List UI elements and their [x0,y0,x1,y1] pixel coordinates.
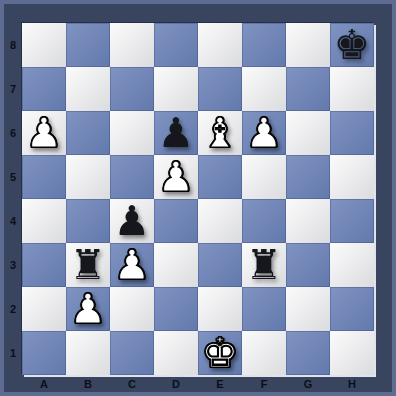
square-e3[interactable] [198,243,242,287]
square-f8[interactable] [242,23,286,67]
white-bishop[interactable]: ♝ [202,111,239,155]
square-h2[interactable] [330,287,374,331]
square-f4[interactable] [242,199,286,243]
square-e5[interactable] [198,155,242,199]
square-a1[interactable] [22,331,66,375]
square-e1[interactable]: ♚ [198,331,242,375]
white-pawn[interactable]: ♟ [26,111,63,155]
square-b3[interactable]: ♜ [66,243,110,287]
square-h8[interactable]: ♚ [330,23,374,67]
file-labels: ABCDEFGH [22,376,374,392]
file-label-b: B [66,376,110,392]
rank-labels: 87654321 [4,23,22,375]
square-c6[interactable] [110,111,154,155]
rank-label-7: 7 [4,67,22,111]
file-label-f: F [242,376,286,392]
square-c7[interactable] [110,67,154,111]
rank-label-5: 5 [4,155,22,199]
white-pawn[interactable]: ♟ [70,287,107,331]
square-f7[interactable] [242,67,286,111]
square-a7[interactable] [22,67,66,111]
square-e2[interactable] [198,287,242,331]
rank-label-3: 3 [4,243,22,287]
rank-label-8: 8 [4,23,22,67]
square-a8[interactable] [22,23,66,67]
square-g6[interactable] [286,111,330,155]
square-f5[interactable] [242,155,286,199]
chess-board: ♚♟♟♝♟♟♟♜♟♜♟♚ [22,23,374,375]
square-c5[interactable] [110,155,154,199]
file-label-h: H [330,376,374,392]
black-rook[interactable]: ♜ [70,243,107,287]
square-e7[interactable] [198,67,242,111]
square-f3[interactable]: ♜ [242,243,286,287]
square-b4[interactable] [66,199,110,243]
square-b6[interactable] [66,111,110,155]
square-h3[interactable] [330,243,374,287]
square-a2[interactable] [22,287,66,331]
file-label-e: E [198,376,242,392]
square-h6[interactable] [330,111,374,155]
square-d5[interactable]: ♟ [154,155,198,199]
white-pawn[interactable]: ♟ [158,155,195,199]
square-a6[interactable]: ♟ [22,111,66,155]
black-king[interactable]: ♚ [334,23,371,67]
square-b7[interactable] [66,67,110,111]
white-pawn[interactable]: ♟ [114,243,151,287]
square-d8[interactable] [154,23,198,67]
square-c8[interactable] [110,23,154,67]
square-g7[interactable] [286,67,330,111]
square-d6[interactable]: ♟ [154,111,198,155]
square-a3[interactable] [22,243,66,287]
square-h7[interactable] [330,67,374,111]
square-e4[interactable] [198,199,242,243]
square-g4[interactable] [286,199,330,243]
rank-label-6: 6 [4,111,22,155]
square-d1[interactable] [154,331,198,375]
square-d3[interactable] [154,243,198,287]
square-a4[interactable] [22,199,66,243]
black-rook[interactable]: ♜ [246,243,283,287]
square-h1[interactable] [330,331,374,375]
black-pawn[interactable]: ♟ [114,199,151,243]
square-b2[interactable]: ♟ [66,287,110,331]
square-d4[interactable] [154,199,198,243]
square-d7[interactable] [154,67,198,111]
rank-label-1: 1 [4,331,22,375]
square-c2[interactable] [110,287,154,331]
square-a5[interactable] [22,155,66,199]
square-g5[interactable] [286,155,330,199]
rank-label-2: 2 [4,287,22,331]
file-label-d: D [154,376,198,392]
square-f1[interactable] [242,331,286,375]
square-g1[interactable] [286,331,330,375]
square-b5[interactable] [66,155,110,199]
square-h4[interactable] [330,199,374,243]
white-pawn[interactable]: ♟ [246,111,283,155]
black-pawn[interactable]: ♟ [158,111,195,155]
square-c1[interactable] [110,331,154,375]
board-frame: 87654321 ♚♟♟♝♟♟♟♜♟♜♟♚ ABCDEFGH [0,0,396,396]
rank-label-4: 4 [4,199,22,243]
square-h5[interactable] [330,155,374,199]
file-label-g: G [286,376,330,392]
white-king[interactable]: ♚ [202,331,239,375]
square-g3[interactable] [286,243,330,287]
square-b8[interactable] [66,23,110,67]
square-c3[interactable]: ♟ [110,243,154,287]
square-c4[interactable]: ♟ [110,199,154,243]
square-e8[interactable] [198,23,242,67]
file-label-c: C [110,376,154,392]
square-g8[interactable] [286,23,330,67]
square-f2[interactable] [242,287,286,331]
square-f6[interactable]: ♟ [242,111,286,155]
square-g2[interactable] [286,287,330,331]
file-label-a: A [22,376,66,392]
square-d2[interactable] [154,287,198,331]
square-e6[interactable]: ♝ [198,111,242,155]
square-b1[interactable] [66,331,110,375]
